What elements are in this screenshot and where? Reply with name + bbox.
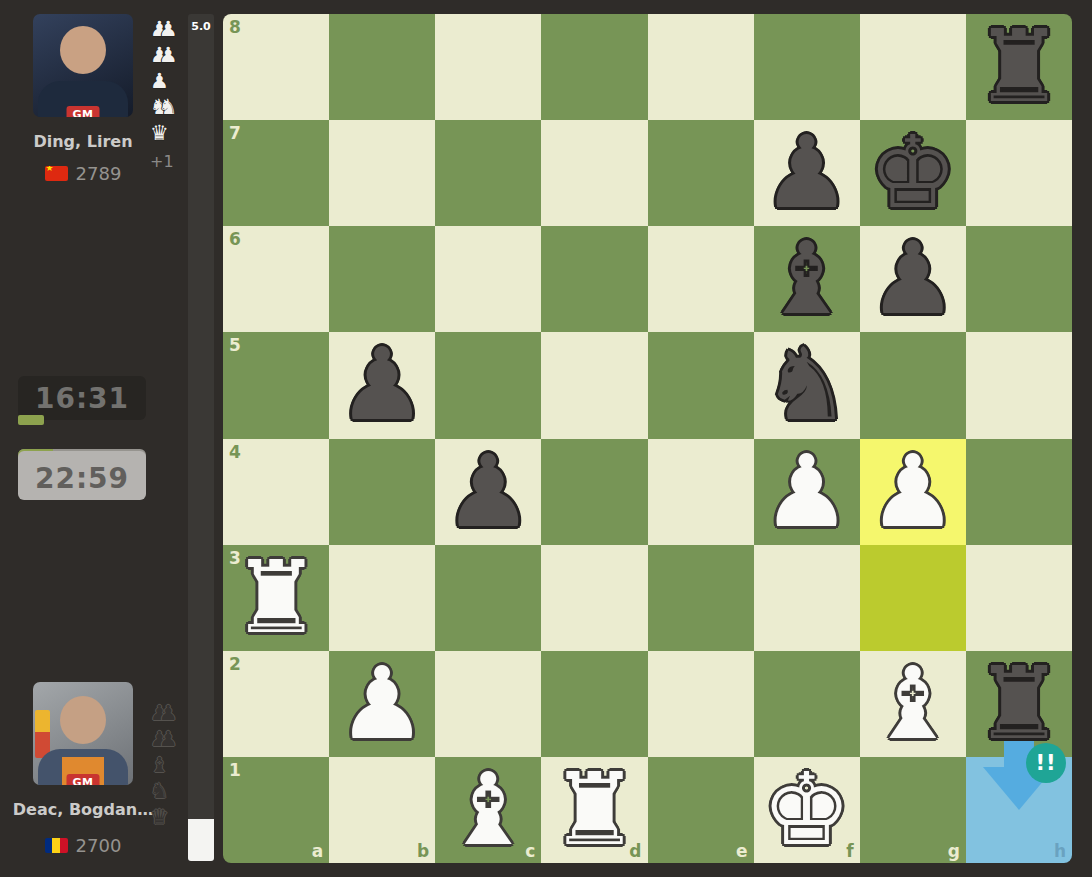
square-g1[interactable]: g (860, 757, 966, 863)
square-d3[interactable] (541, 545, 647, 651)
piece-black-pawn-c4: ♟ (435, 439, 541, 545)
square-f8[interactable] (754, 14, 860, 120)
captured-pawn-pair: ♟♟ (150, 16, 188, 42)
square-e6[interactable] (648, 226, 754, 332)
square-c2[interactable] (435, 651, 541, 757)
captured-knight: ♞ (150, 778, 188, 804)
square-e2[interactable] (648, 651, 754, 757)
square-d6[interactable] (541, 226, 647, 332)
chess-board: 8♜7♟♚6♝♟5♟♞4♟♟♟3♜2♟♝♜1abc♝d♜ef♚gh!! (223, 14, 1072, 863)
avatar-photo (60, 26, 106, 74)
square-c7[interactable] (435, 120, 541, 226)
square-e1[interactable]: e (648, 757, 754, 863)
square-b8[interactable] (329, 14, 435, 120)
square-b6[interactable] (329, 226, 435, 332)
square-e4[interactable] (648, 439, 754, 545)
square-e8[interactable] (648, 14, 754, 120)
square-h7[interactable] (966, 120, 1072, 226)
square-f6[interactable]: ♝ (754, 226, 860, 332)
piece-black-king-g7: ♚ (860, 120, 966, 226)
captured-pawn-pair: ♟♟ (150, 726, 188, 752)
square-h4[interactable] (966, 439, 1072, 545)
captured-pawn-pair: ♟♟ (150, 700, 188, 726)
captured-bishop: ♝ (150, 752, 188, 778)
piece-black-pawn-f7: ♟ (754, 120, 860, 226)
rank-label-8: 8 (229, 17, 241, 37)
avatar-bottom-player[interactable]: GM (33, 682, 133, 785)
flag-china-icon: ★ (45, 166, 68, 181)
clock-black-time-bar (18, 415, 44, 425)
square-a7[interactable]: 7 (223, 120, 329, 226)
square-h2[interactable]: ♜ (966, 651, 1072, 757)
square-g6[interactable]: ♟ (860, 226, 966, 332)
rank-label-7: 7 (229, 123, 241, 143)
square-c5[interactable] (435, 332, 541, 438)
square-e5[interactable] (648, 332, 754, 438)
rank-label-1: 1 (229, 760, 241, 780)
captured-knight-pair: ♞♞ (150, 94, 188, 120)
rating-top: 2789 (76, 163, 122, 184)
square-h8[interactable]: ♜ (966, 14, 1072, 120)
captured-queen: ♛ (150, 804, 188, 830)
rank-label-6: 6 (229, 229, 241, 249)
player-name-top: Ding, Liren (0, 132, 166, 151)
square-a2[interactable]: 2 (223, 651, 329, 757)
square-c1[interactable]: c♝ (435, 757, 541, 863)
piece-white-bishop-g2: ♝ (860, 651, 966, 757)
square-a5[interactable]: 5 (223, 332, 329, 438)
square-a1[interactable]: 1a (223, 757, 329, 863)
clock-white: 22:59 (18, 451, 146, 500)
square-f3[interactable] (754, 545, 860, 651)
players-sidebar: GM Ding, Liren ★ 2789 ♟♟♟♟♟♞♞♛+1 16:31 2… (0, 0, 188, 877)
piece-black-rook-h2: ♜ (966, 651, 1072, 757)
square-c6[interactable] (435, 226, 541, 332)
square-b2[interactable]: ♟ (329, 651, 435, 757)
square-a3[interactable]: 3♜ (223, 545, 329, 651)
square-g7[interactable]: ♚ (860, 120, 966, 226)
evaluation-score: 5.0 (188, 20, 214, 33)
square-g2[interactable]: ♝ (860, 651, 966, 757)
square-f7[interactable]: ♟ (754, 120, 860, 226)
rating-row-bottom: 2700 (0, 835, 166, 856)
clock-black: 16:31 (18, 376, 146, 420)
piece-white-rook-a3: ♜ (223, 545, 329, 651)
captured-pawn-pair: ♟♟ (150, 42, 188, 68)
square-d8[interactable] (541, 14, 647, 120)
square-c4[interactable]: ♟ (435, 439, 541, 545)
piece-black-pawn-b5: ♟ (329, 332, 435, 438)
avatar-photo (35, 710, 50, 758)
square-d5[interactable] (541, 332, 647, 438)
square-c8[interactable] (435, 14, 541, 120)
piece-white-pawn-f4: ♟ (754, 439, 860, 545)
captured-pawn: ♟ (150, 68, 188, 94)
square-a8[interactable]: 8 (223, 14, 329, 120)
square-c3[interactable] (435, 545, 541, 651)
square-b1[interactable]: b (329, 757, 435, 863)
square-a4[interactable]: 4 (223, 439, 329, 545)
square-e7[interactable] (648, 120, 754, 226)
file-label-b: b (417, 841, 429, 861)
avatar-top-player[interactable]: GM (33, 14, 133, 117)
square-h6[interactable] (966, 226, 1072, 332)
square-g3[interactable] (860, 545, 966, 651)
rank-label-2: 2 (229, 654, 241, 674)
flag-romania-icon (45, 838, 68, 853)
file-label-e: e (736, 841, 748, 861)
title-badge-top: GM (67, 106, 100, 117)
square-b3[interactable] (329, 545, 435, 651)
square-b7[interactable] (329, 120, 435, 226)
square-b4[interactable] (329, 439, 435, 545)
square-d1[interactable]: d♜ (541, 757, 647, 863)
rating-bottom: 2700 (76, 835, 122, 856)
piece-white-bishop-c1: ♝ (435, 757, 541, 863)
avatar-photo (60, 696, 106, 744)
rank-label-5: 5 (229, 335, 241, 355)
file-label-g: g (948, 841, 960, 861)
square-f2[interactable] (754, 651, 860, 757)
file-label-h: h (1054, 841, 1066, 861)
title-badge-bottom: GM (67, 774, 100, 785)
square-f1[interactable]: f♚ (754, 757, 860, 863)
piece-black-knight-f5: ♞ (754, 332, 860, 438)
piece-black-bishop-f6: ♝ (754, 226, 860, 332)
square-g4[interactable]: ♟ (860, 439, 966, 545)
piece-white-pawn-g4: ♟ (860, 439, 966, 545)
piece-black-pawn-g6: ♟ (860, 226, 966, 332)
captured-pieces-bottom: ♟♟♟♟♝♞♛ (150, 700, 188, 830)
square-h5[interactable] (966, 332, 1072, 438)
rank-label-4: 4 (229, 442, 241, 462)
square-a6[interactable]: 6 (223, 226, 329, 332)
evaluation-bar: 5.0 (188, 14, 214, 861)
piece-white-pawn-b2: ♟ (329, 651, 435, 757)
captured-queen: ♛ (150, 120, 188, 146)
rating-row-top: ★ 2789 (0, 163, 166, 184)
piece-white-king-f1: ♚ (754, 757, 860, 863)
square-f5[interactable]: ♞ (754, 332, 860, 438)
piece-white-rook-d1: ♜ (541, 757, 647, 863)
square-d7[interactable] (541, 120, 647, 226)
square-g8[interactable] (860, 14, 966, 120)
square-e3[interactable] (648, 545, 754, 651)
evaluation-white-portion (188, 819, 214, 861)
chess-app: { "game": "chess", "position": { "fen": … (0, 0, 1092, 877)
square-f4[interactable]: ♟ (754, 439, 860, 545)
player-name-bottom: Deac, Bogdan… (0, 800, 166, 819)
file-label-a: a (312, 841, 323, 861)
square-b5[interactable]: ♟ (329, 332, 435, 438)
piece-black-rook-h8: ♜ (966, 14, 1072, 120)
square-h3[interactable] (966, 545, 1072, 651)
brilliant-move-badge: !! (1026, 743, 1066, 783)
square-d4[interactable] (541, 439, 647, 545)
square-g5[interactable] (860, 332, 966, 438)
square-d2[interactable] (541, 651, 647, 757)
material-advantage: +1 (150, 152, 188, 171)
captured-pieces-top: ♟♟♟♟♟♞♞♛+1 (150, 16, 188, 171)
